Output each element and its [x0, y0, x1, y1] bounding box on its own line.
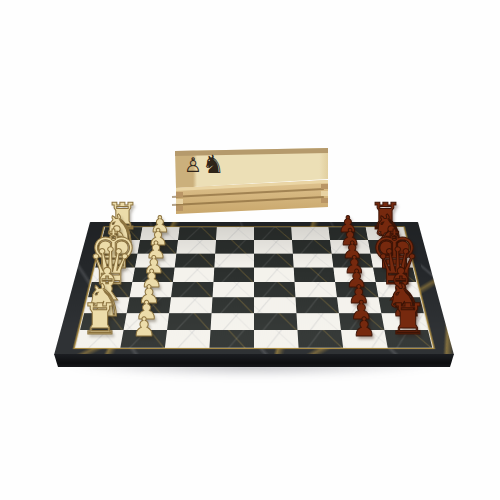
knight-silhouette-icon: ♞: [202, 152, 224, 177]
board-square[interactable]: [215, 240, 254, 253]
black-rook[interactable]: ♜: [389, 298, 428, 341]
board-square[interactable]: [167, 313, 212, 330]
finger-joint: [176, 199, 183, 204]
board-square[interactable]: [171, 282, 213, 297]
finger-joint: [176, 192, 183, 197]
white-pawn[interactable]: ♟: [132, 314, 156, 340]
board-square[interactable]: [213, 282, 254, 297]
black-pawn[interactable]: ♟: [352, 314, 376, 340]
finger-joint: [321, 184, 328, 189]
board-square[interactable]: [292, 240, 332, 253]
white-rook[interactable]: ♜: [81, 298, 120, 341]
board-square[interactable]: [211, 313, 254, 330]
board-square[interactable]: [169, 297, 212, 313]
board-square[interactable]: [294, 268, 335, 283]
finger-joint: [176, 206, 183, 211]
board-square[interactable]: [254, 297, 296, 313]
board-square[interactable]: [209, 330, 254, 348]
board-square[interactable]: [297, 330, 343, 348]
board-square[interactable]: [216, 227, 254, 240]
board-square[interactable]: [173, 268, 214, 283]
board-square[interactable]: [165, 330, 211, 348]
board-square[interactable]: [214, 254, 254, 268]
board-square[interactable]: [175, 254, 216, 268]
board-square[interactable]: [212, 297, 254, 313]
board-square[interactable]: [254, 282, 295, 297]
box-print: ♙ ♞: [172, 146, 252, 180]
board-square[interactable]: [254, 240, 293, 253]
board-square[interactable]: [176, 240, 216, 253]
board-square[interactable]: [254, 330, 299, 348]
board-square[interactable]: [295, 282, 337, 297]
finger-joint: [321, 191, 328, 196]
board-square[interactable]: [291, 227, 330, 240]
board-edge: [54, 354, 454, 367]
board-square[interactable]: [296, 313, 341, 330]
storage-box: ♙ ♞: [172, 146, 332, 216]
pawn-silhouette-icon: ♙: [184, 155, 202, 175]
board-square[interactable]: [293, 254, 334, 268]
board-square[interactable]: [254, 227, 292, 240]
board-square[interactable]: [213, 268, 254, 283]
board-square[interactable]: [178, 227, 217, 240]
board-square[interactable]: [254, 313, 297, 330]
board-square[interactable]: [254, 268, 295, 283]
finger-joint: [321, 198, 328, 203]
board-square[interactable]: [295, 297, 338, 313]
board-square[interactable]: [254, 254, 294, 268]
product-photo-scene: ♙ ♞ ♜♟♟♜♞♟♟♞♝♟♟♝♚♟♟♚♛♟♟♛♝♟♟♝♞♟♟♞♜♟♟♜: [0, 0, 500, 500]
